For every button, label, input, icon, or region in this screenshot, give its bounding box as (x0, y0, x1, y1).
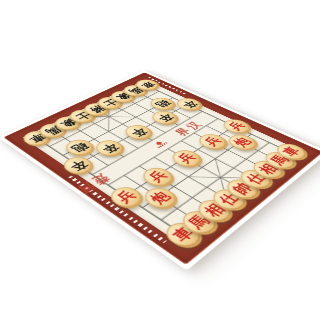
photo-background: 楚河 汉界 車馬象士將士象馬車砲砲卒卒卒卒卒兵兵兵兵兵炮炮車馬相仕帥仕相馬車 (0, 0, 320, 320)
piece-black-soldier[interactable]: 卒 (58, 153, 97, 176)
piece-glyph: 兵 (175, 151, 197, 164)
piece-glyph: 砲 (153, 98, 172, 107)
piece-glyph: 車 (280, 145, 302, 157)
piece-red-soldier[interactable]: 兵 (138, 164, 178, 189)
piece-red-cannon[interactable]: 炮 (139, 184, 181, 211)
piece-black-cannon[interactable]: 砲 (61, 136, 98, 157)
piece-glyph: 炮 (232, 136, 253, 148)
perspective-scene: 楚河 汉界 車馬象士將士象馬車砲砲卒卒卒卒卒兵兵兵兵兵炮炮車馬相仕帥仕相馬車 (0, 0, 320, 320)
piece-red-soldier[interactable]: 兵 (167, 147, 205, 169)
piece-glyph: 兵 (146, 169, 169, 183)
piece-black-soldier[interactable]: 卒 (148, 108, 182, 126)
piece-glyph: 車 (138, 80, 156, 88)
piece-glyph: 卒 (155, 112, 175, 122)
piece-glyph: 炮 (148, 189, 172, 205)
xiangqi-board-mat: 楚河 汉界 車馬象士將士象馬車砲砲卒卒卒卒卒兵兵兵兵兵炮炮車馬相仕帥仕相馬車 (0, 70, 320, 270)
piece-glyph: 砲 (69, 141, 90, 153)
piece-glyph: 兵 (114, 188, 138, 204)
piece-glyph: 卒 (67, 158, 89, 171)
piece-glyph: 卒 (99, 141, 120, 153)
piece-black-soldier[interactable]: 卒 (120, 122, 156, 141)
piece-red-soldier[interactable]: 兵 (194, 131, 231, 152)
piece-black-cannon[interactable]: 砲 (146, 95, 179, 111)
piece-glyph: 兵 (226, 120, 246, 131)
pieces-layer: 車馬象士將士象馬車砲砲卒卒卒卒卒兵兵兵兵兵炮炮車馬相仕帥仕相馬車 (23, 79, 303, 245)
board-field: 楚河 汉界 車馬象士將士象馬車砲砲卒卒卒卒卒兵兵兵兵兵炮炮車馬相仕帥仕相馬車 (23, 79, 303, 245)
piece-red-cannon[interactable]: 炮 (224, 131, 261, 152)
piece-black-soldier[interactable]: 卒 (91, 137, 128, 158)
piece-black-soldier[interactable]: 卒 (172, 96, 205, 112)
board-frame: 楚河 汉界 車馬象士將士象馬車砲砲卒卒卒卒卒兵兵兵兵兵炮炮車馬相仕帥仕相馬車 (3, 72, 320, 264)
piece-red-soldier[interactable]: 兵 (219, 116, 254, 135)
piece-glyph: 卒 (128, 126, 149, 137)
piece-glyph: 卒 (179, 99, 198, 108)
piece-glyph: 兵 (202, 135, 223, 147)
